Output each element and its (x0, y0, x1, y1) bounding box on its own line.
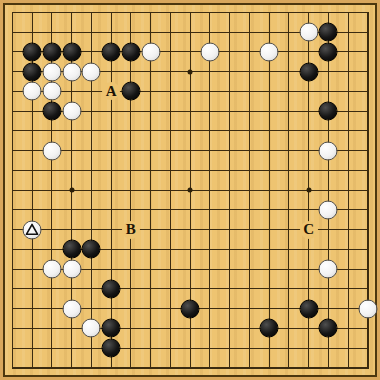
board-point[interactable] (82, 141, 102, 161)
board-point[interactable] (279, 101, 299, 121)
board-point[interactable] (22, 121, 42, 141)
board-point[interactable] (22, 42, 42, 62)
board-point[interactable] (240, 121, 260, 141)
board-point[interactable] (161, 101, 181, 121)
board-point[interactable] (240, 141, 260, 161)
board-point[interactable] (279, 319, 299, 339)
board-point[interactable] (62, 82, 82, 102)
board-point[interactable] (161, 42, 181, 62)
board-point[interactable] (161, 3, 181, 23)
board-point[interactable] (319, 42, 339, 62)
board-point[interactable] (220, 279, 240, 299)
board-point[interactable] (259, 141, 279, 161)
board-point[interactable] (279, 358, 299, 378)
board-point[interactable] (338, 141, 358, 161)
board-point[interactable] (279, 338, 299, 358)
board-point[interactable] (161, 259, 181, 279)
board-point[interactable] (259, 180, 279, 200)
board-point[interactable] (240, 161, 260, 181)
board-point[interactable] (3, 338, 23, 358)
board-point[interactable] (42, 180, 62, 200)
board-point[interactable] (279, 180, 299, 200)
board-point[interactable] (82, 299, 102, 319)
board-point[interactable] (62, 200, 82, 220)
board-point[interactable] (121, 42, 141, 62)
board-point[interactable] (338, 358, 358, 378)
board-point[interactable] (42, 259, 62, 279)
board-point[interactable] (240, 82, 260, 102)
board-point[interactable] (141, 3, 161, 23)
board-point[interactable] (358, 161, 378, 181)
board-point[interactable] (259, 161, 279, 181)
board-point[interactable] (279, 62, 299, 82)
board-point[interactable] (358, 82, 378, 102)
board-point[interactable] (299, 319, 319, 339)
board-point[interactable] (338, 319, 358, 339)
board-point[interactable] (358, 240, 378, 260)
board-point[interactable] (121, 319, 141, 339)
board-point[interactable] (358, 3, 378, 23)
board-point[interactable] (101, 101, 121, 121)
board-point[interactable] (141, 22, 161, 42)
board-point[interactable] (180, 62, 200, 82)
board-point[interactable] (3, 121, 23, 141)
board-point[interactable] (22, 358, 42, 378)
board-point[interactable] (259, 279, 279, 299)
board-point[interactable] (259, 82, 279, 102)
board-point[interactable] (82, 180, 102, 200)
board-point[interactable] (121, 338, 141, 358)
board-point[interactable] (299, 101, 319, 121)
board-point[interactable] (279, 3, 299, 23)
board-point[interactable] (200, 82, 220, 102)
board-point[interactable] (299, 180, 319, 200)
board-point[interactable] (279, 299, 299, 319)
board-point[interactable] (121, 62, 141, 82)
board-point[interactable] (200, 358, 220, 378)
board-point[interactable] (62, 180, 82, 200)
board-point[interactable] (82, 121, 102, 141)
board-point[interactable] (121, 299, 141, 319)
board-point[interactable] (180, 259, 200, 279)
board-point[interactable] (319, 121, 339, 141)
board-point[interactable] (42, 338, 62, 358)
board-point[interactable] (319, 200, 339, 220)
board-point[interactable] (3, 319, 23, 339)
board-point[interactable] (101, 338, 121, 358)
board-point[interactable] (200, 180, 220, 200)
board-point[interactable] (259, 358, 279, 378)
board-point[interactable] (42, 3, 62, 23)
board-point[interactable] (200, 259, 220, 279)
board-point[interactable] (3, 82, 23, 102)
board-point[interactable] (62, 240, 82, 260)
board-point[interactable] (299, 279, 319, 299)
board-point[interactable] (200, 338, 220, 358)
board-point[interactable] (161, 121, 181, 141)
board-point[interactable] (279, 240, 299, 260)
board-point[interactable] (279, 259, 299, 279)
board-point[interactable] (3, 141, 23, 161)
board-point[interactable] (161, 180, 181, 200)
board-point[interactable] (299, 121, 319, 141)
board-point[interactable] (180, 200, 200, 220)
board-point[interactable] (200, 220, 220, 240)
board-point[interactable] (220, 338, 240, 358)
board-point[interactable] (62, 259, 82, 279)
board-point[interactable] (121, 22, 141, 42)
board-point[interactable] (42, 299, 62, 319)
board-point[interactable] (180, 358, 200, 378)
board-point[interactable] (82, 101, 102, 121)
board-point[interactable] (141, 161, 161, 181)
board-point[interactable]: B (121, 220, 141, 240)
board-point[interactable] (180, 101, 200, 121)
board-point[interactable] (161, 62, 181, 82)
board-point[interactable] (161, 220, 181, 240)
board-point[interactable] (200, 161, 220, 181)
board-point[interactable] (319, 220, 339, 240)
board-point[interactable] (62, 121, 82, 141)
board-point[interactable] (299, 338, 319, 358)
board-point[interactable] (319, 319, 339, 339)
board-point[interactable] (279, 42, 299, 62)
board-point[interactable] (22, 62, 42, 82)
board-point[interactable] (141, 240, 161, 260)
board-point[interactable] (220, 82, 240, 102)
board-point[interactable] (82, 3, 102, 23)
board-point[interactable] (180, 180, 200, 200)
board-point[interactable] (299, 22, 319, 42)
board-point[interactable] (3, 42, 23, 62)
board-point[interactable] (180, 220, 200, 240)
board-point[interactable] (141, 141, 161, 161)
board-point[interactable] (22, 141, 42, 161)
board-point[interactable] (62, 358, 82, 378)
board-point[interactable] (82, 358, 102, 378)
board-point[interactable] (82, 338, 102, 358)
board-point[interactable] (121, 101, 141, 121)
board-point[interactable] (121, 82, 141, 102)
board-point[interactable] (259, 121, 279, 141)
board-point[interactable] (220, 42, 240, 62)
board-point[interactable] (319, 3, 339, 23)
board-point[interactable] (22, 82, 42, 102)
board-point[interactable] (180, 161, 200, 181)
board-point[interactable] (240, 319, 260, 339)
board-point[interactable] (121, 141, 141, 161)
board-point[interactable] (240, 3, 260, 23)
board-point[interactable] (220, 299, 240, 319)
board-point[interactable] (259, 338, 279, 358)
board-point[interactable] (22, 319, 42, 339)
board-point[interactable] (240, 240, 260, 260)
board-point[interactable] (42, 358, 62, 378)
board-point[interactable] (22, 161, 42, 181)
board-point[interactable] (161, 141, 181, 161)
board-point[interactable] (101, 279, 121, 299)
board-point[interactable] (299, 42, 319, 62)
board-point[interactable] (42, 141, 62, 161)
board-point[interactable] (82, 82, 102, 102)
board-point[interactable] (22, 200, 42, 220)
board-point[interactable] (101, 319, 121, 339)
board-point[interactable] (180, 319, 200, 339)
board-point[interactable] (3, 259, 23, 279)
board-point[interactable] (220, 358, 240, 378)
board-point[interactable] (180, 3, 200, 23)
board-point[interactable] (240, 259, 260, 279)
board-point[interactable] (101, 161, 121, 181)
board-point[interactable] (22, 279, 42, 299)
board-point[interactable] (240, 22, 260, 42)
board-point[interactable] (200, 279, 220, 299)
board-point[interactable] (338, 200, 358, 220)
board-point[interactable] (161, 161, 181, 181)
board-point[interactable] (358, 22, 378, 42)
board-point[interactable] (3, 220, 23, 240)
board-point[interactable] (42, 101, 62, 121)
board-point[interactable] (299, 240, 319, 260)
board-point[interactable] (259, 259, 279, 279)
board-point[interactable] (200, 319, 220, 339)
board-point[interactable] (220, 240, 240, 260)
board-point[interactable] (62, 161, 82, 181)
board-point[interactable] (358, 259, 378, 279)
board-point[interactable] (180, 141, 200, 161)
board-point[interactable] (319, 62, 339, 82)
board-point[interactable] (42, 279, 62, 299)
board-point[interactable] (240, 42, 260, 62)
board-point[interactable] (42, 319, 62, 339)
board-point[interactable] (240, 358, 260, 378)
board-point[interactable] (101, 121, 121, 141)
board-point[interactable] (101, 3, 121, 23)
board-point[interactable] (358, 101, 378, 121)
board-point[interactable] (299, 161, 319, 181)
board-point[interactable] (358, 42, 378, 62)
board-point[interactable] (220, 62, 240, 82)
board-point[interactable] (319, 101, 339, 121)
board-point[interactable] (141, 62, 161, 82)
board-point[interactable] (3, 101, 23, 121)
board-point[interactable] (161, 82, 181, 102)
board-point[interactable] (3, 299, 23, 319)
board-point[interactable] (121, 3, 141, 23)
board-point[interactable] (358, 358, 378, 378)
board-point[interactable] (82, 161, 102, 181)
board-point[interactable] (141, 180, 161, 200)
board-point[interactable] (121, 121, 141, 141)
board-point[interactable] (338, 42, 358, 62)
board-point[interactable] (121, 358, 141, 378)
board-point[interactable] (358, 121, 378, 141)
board-point[interactable]: A (101, 82, 121, 102)
board-point[interactable] (3, 279, 23, 299)
board-point[interactable] (220, 141, 240, 161)
board-point[interactable] (180, 42, 200, 62)
board-point[interactable] (358, 220, 378, 240)
board-point[interactable] (200, 121, 220, 141)
board-point[interactable] (200, 42, 220, 62)
board-point[interactable] (141, 220, 161, 240)
board-point[interactable] (259, 319, 279, 339)
board-point[interactable] (259, 240, 279, 260)
board-point[interactable] (3, 180, 23, 200)
board-point[interactable] (220, 161, 240, 181)
board-point[interactable] (299, 200, 319, 220)
board-point[interactable] (3, 240, 23, 260)
board-point[interactable] (358, 200, 378, 220)
board-point[interactable] (141, 101, 161, 121)
board-point[interactable] (220, 3, 240, 23)
board-point[interactable] (42, 220, 62, 240)
board-point[interactable] (62, 338, 82, 358)
board-point[interactable] (82, 220, 102, 240)
board-point[interactable] (42, 82, 62, 102)
board-point[interactable] (279, 22, 299, 42)
board-point[interactable] (338, 240, 358, 260)
board-point[interactable] (180, 240, 200, 260)
board-point[interactable] (62, 279, 82, 299)
board-point[interactable] (200, 299, 220, 319)
board-point[interactable] (259, 3, 279, 23)
board-point[interactable] (279, 220, 299, 240)
board-point[interactable] (200, 200, 220, 220)
board-point[interactable] (161, 240, 181, 260)
board-point[interactable] (161, 279, 181, 299)
board-point[interactable] (338, 3, 358, 23)
board-point[interactable] (82, 42, 102, 62)
board-point[interactable] (121, 200, 141, 220)
board-point[interactable] (200, 141, 220, 161)
board-point[interactable] (62, 22, 82, 42)
board-point[interactable] (259, 220, 279, 240)
board-point[interactable] (22, 338, 42, 358)
board-point[interactable] (22, 220, 42, 240)
board-point[interactable] (299, 141, 319, 161)
board-point[interactable] (358, 180, 378, 200)
board-point[interactable] (299, 3, 319, 23)
board-point[interactable] (319, 180, 339, 200)
board-point[interactable] (141, 319, 161, 339)
board-point[interactable] (240, 338, 260, 358)
board-point[interactable] (121, 161, 141, 181)
board-point[interactable] (319, 82, 339, 102)
board-point[interactable] (259, 101, 279, 121)
board-point[interactable] (338, 299, 358, 319)
board-point[interactable] (180, 22, 200, 42)
board-point[interactable] (62, 319, 82, 339)
board-point[interactable] (42, 121, 62, 141)
board-point[interactable] (141, 338, 161, 358)
board-point[interactable] (42, 161, 62, 181)
board-point[interactable] (62, 3, 82, 23)
board-point[interactable] (220, 121, 240, 141)
board-point[interactable] (358, 279, 378, 299)
board-point[interactable] (240, 279, 260, 299)
board-point[interactable] (141, 299, 161, 319)
board-point[interactable] (319, 358, 339, 378)
board-point[interactable] (82, 22, 102, 42)
board-point[interactable] (319, 259, 339, 279)
board-point[interactable] (82, 62, 102, 82)
board-point[interactable] (82, 319, 102, 339)
board-point[interactable] (240, 62, 260, 82)
board-point[interactable] (180, 299, 200, 319)
board-point[interactable] (220, 22, 240, 42)
board-point[interactable] (240, 101, 260, 121)
board-point[interactable] (299, 62, 319, 82)
board-point[interactable] (358, 338, 378, 358)
board-point[interactable] (22, 101, 42, 121)
board-point[interactable] (338, 279, 358, 299)
board-point[interactable] (338, 101, 358, 121)
board-point[interactable] (161, 358, 181, 378)
board-point[interactable] (141, 279, 161, 299)
board-point[interactable] (220, 259, 240, 279)
board-point[interactable] (299, 299, 319, 319)
board-point[interactable] (101, 220, 121, 240)
board-point[interactable] (42, 42, 62, 62)
board-point[interactable] (180, 279, 200, 299)
board-point[interactable] (121, 240, 141, 260)
board-point[interactable] (3, 358, 23, 378)
board-point[interactable] (22, 3, 42, 23)
board-point[interactable] (101, 259, 121, 279)
board-point[interactable] (200, 101, 220, 121)
board-point[interactable] (319, 161, 339, 181)
board-point[interactable] (141, 121, 161, 141)
board-point[interactable] (319, 240, 339, 260)
board-point[interactable] (121, 180, 141, 200)
board-point[interactable] (338, 22, 358, 42)
board-point[interactable] (338, 338, 358, 358)
board-point[interactable] (180, 121, 200, 141)
board-point[interactable] (200, 22, 220, 42)
board-point[interactable] (259, 200, 279, 220)
board-point[interactable] (338, 220, 358, 240)
board-point[interactable] (338, 62, 358, 82)
board-point[interactable] (141, 259, 161, 279)
board-point[interactable] (22, 299, 42, 319)
board-point[interactable] (42, 200, 62, 220)
board-point[interactable] (220, 319, 240, 339)
board-point[interactable] (319, 22, 339, 42)
board-point[interactable] (161, 200, 181, 220)
board-point[interactable] (141, 82, 161, 102)
board-point[interactable] (121, 279, 141, 299)
board-point[interactable] (101, 299, 121, 319)
board-point[interactable] (279, 161, 299, 181)
board-point[interactable] (42, 62, 62, 82)
board-point[interactable] (358, 299, 378, 319)
board-point[interactable] (161, 338, 181, 358)
board-point[interactable] (3, 3, 23, 23)
board-point[interactable] (240, 200, 260, 220)
board-point[interactable] (279, 82, 299, 102)
board-point[interactable] (338, 259, 358, 279)
board-point[interactable] (338, 161, 358, 181)
board-point[interactable] (22, 259, 42, 279)
board-point[interactable] (62, 299, 82, 319)
board-point[interactable] (319, 141, 339, 161)
board-point[interactable] (299, 82, 319, 102)
board-point[interactable] (220, 180, 240, 200)
board-point[interactable] (319, 338, 339, 358)
board-point[interactable] (82, 259, 102, 279)
board-point[interactable] (22, 22, 42, 42)
